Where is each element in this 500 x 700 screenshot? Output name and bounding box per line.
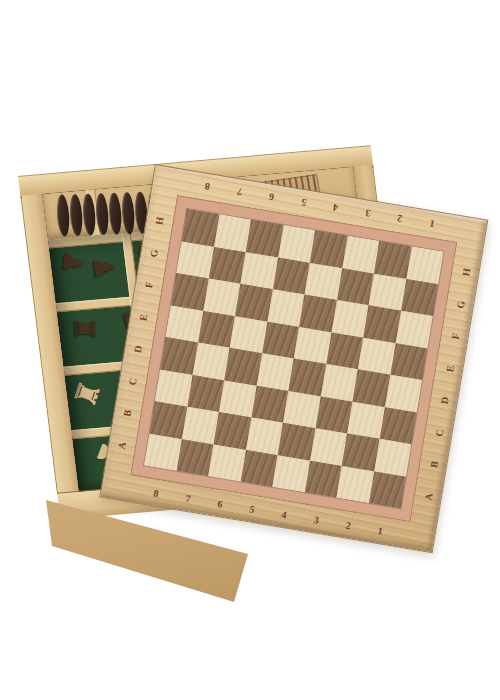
board-square bbox=[283, 391, 320, 428]
board-square bbox=[390, 343, 427, 380]
board-square bbox=[305, 262, 342, 299]
board-square bbox=[214, 214, 251, 251]
chess-board-lid: 87654321 87654321 HGFEDCBA HGFEDCBA bbox=[99, 164, 488, 553]
board-square bbox=[342, 236, 379, 273]
board-square bbox=[310, 230, 347, 267]
checker-disc bbox=[69, 194, 84, 236]
checker-disc bbox=[108, 193, 123, 235]
checker-disc bbox=[56, 194, 71, 236]
board-square bbox=[336, 465, 373, 502]
board-square bbox=[337, 268, 374, 305]
board-square bbox=[182, 209, 219, 246]
tray-piece-dark-rook: ♜ bbox=[69, 316, 98, 342]
board-square bbox=[342, 433, 379, 470]
board-square bbox=[182, 407, 219, 444]
board-square bbox=[299, 294, 336, 331]
tray-piece-dark-pawn: ♟ bbox=[89, 255, 118, 281]
checker-disc bbox=[95, 193, 110, 235]
board-square bbox=[198, 310, 235, 347]
board-square bbox=[246, 220, 283, 257]
board-square bbox=[192, 342, 229, 379]
board-play-area bbox=[144, 209, 443, 508]
board-square bbox=[304, 460, 341, 497]
board-square bbox=[219, 380, 256, 417]
board-square bbox=[267, 289, 304, 326]
board-square bbox=[203, 278, 240, 315]
board-square bbox=[256, 353, 293, 390]
board-square bbox=[278, 423, 315, 460]
board-square bbox=[171, 273, 208, 310]
board-square bbox=[240, 252, 277, 289]
board-square bbox=[385, 375, 422, 412]
board-square bbox=[187, 375, 224, 412]
board-square bbox=[149, 401, 186, 438]
board-square bbox=[374, 439, 411, 476]
board-square bbox=[331, 300, 368, 337]
board-square bbox=[246, 417, 283, 454]
checker-disc bbox=[82, 193, 97, 235]
board-square bbox=[144, 433, 181, 470]
board-square bbox=[160, 337, 197, 374]
board-square bbox=[230, 316, 267, 353]
board-square bbox=[379, 407, 416, 444]
board-square bbox=[176, 439, 213, 476]
board-square bbox=[208, 444, 245, 481]
board-square bbox=[272, 455, 309, 492]
tray-piece-dark-pawn: ♟ bbox=[58, 249, 87, 276]
board-square bbox=[262, 321, 299, 358]
board-square bbox=[235, 284, 272, 321]
board-square bbox=[326, 332, 363, 369]
board-square bbox=[401, 279, 438, 316]
board-square bbox=[278, 225, 315, 262]
board-square bbox=[347, 401, 384, 438]
board-square bbox=[294, 327, 331, 364]
board-square bbox=[395, 311, 432, 348]
board-square bbox=[224, 348, 261, 385]
board-square bbox=[310, 428, 347, 465]
board-square bbox=[251, 385, 288, 422]
board-square bbox=[374, 241, 411, 278]
board-square bbox=[358, 337, 395, 374]
board-square bbox=[406, 246, 443, 283]
board-square bbox=[353, 369, 390, 406]
board-square bbox=[272, 257, 309, 294]
checker-disc bbox=[121, 192, 136, 234]
tray-piece-light-rook: ♜ bbox=[68, 376, 104, 410]
product-photo-scene: ♟♟♝♟♜♟♞♜♟♟♟♟ 87654321 87654321 HGFEDCBA … bbox=[0, 0, 500, 700]
board-square bbox=[240, 449, 277, 486]
board-square bbox=[315, 396, 352, 433]
board-square bbox=[320, 364, 357, 401]
board-square bbox=[368, 471, 405, 508]
board-square bbox=[369, 273, 406, 310]
board-square bbox=[155, 369, 192, 406]
board-square bbox=[214, 412, 251, 449]
board-square bbox=[288, 359, 325, 396]
board-square bbox=[363, 305, 400, 342]
board-square bbox=[176, 241, 213, 278]
board-square bbox=[208, 246, 245, 283]
board-square bbox=[166, 305, 203, 342]
